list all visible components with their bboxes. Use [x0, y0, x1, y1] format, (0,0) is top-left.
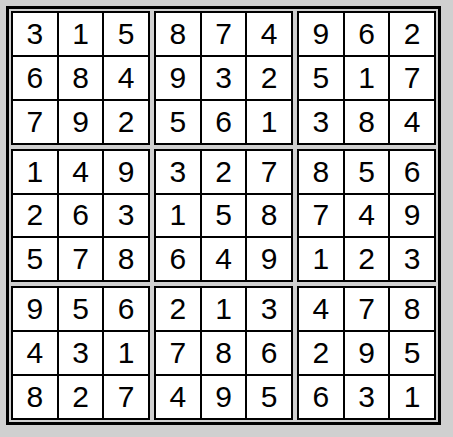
sudoku-cell[interactable]: 3: [202, 57, 246, 99]
sudoku-cell[interactable]: 1: [247, 101, 291, 143]
sudoku-cell[interactable]: 6: [59, 195, 103, 237]
sudoku-box: 856749123: [297, 149, 436, 283]
sudoku-cell[interactable]: 5: [299, 57, 343, 99]
sudoku-cell[interactable]: 8: [13, 376, 57, 418]
sudoku-cell[interactable]: 7: [13, 101, 57, 143]
sudoku-cell[interactable]: 3: [247, 288, 291, 330]
sudoku-cell[interactable]: 2: [156, 288, 200, 330]
sudoku-cell[interactable]: 3: [156, 151, 200, 193]
sudoku-cell[interactable]: 2: [104, 101, 148, 143]
sudoku-cell[interactable]: 2: [59, 376, 103, 418]
sudoku-cell[interactable]: 8: [156, 13, 200, 55]
sudoku-cell[interactable]: 7: [59, 238, 103, 280]
sudoku-cell[interactable]: 1: [156, 195, 200, 237]
sudoku-cell[interactable]: 9: [156, 57, 200, 99]
sudoku-cell[interactable]: 5: [156, 101, 200, 143]
sudoku-box: 962517384: [297, 11, 436, 145]
sudoku-cell[interactable]: 6: [13, 57, 57, 99]
sudoku-cell[interactable]: 5: [390, 332, 434, 374]
sudoku-cell[interactable]: 6: [390, 151, 434, 193]
sudoku-cell[interactable]: 9: [299, 13, 343, 55]
sudoku-box: 478295631: [297, 286, 436, 420]
sudoku-cell[interactable]: 1: [104, 332, 148, 374]
sudoku-cell[interactable]: 3: [59, 332, 103, 374]
sudoku-cell[interactable]: 7: [299, 195, 343, 237]
sudoku-cell[interactable]: 1: [13, 151, 57, 193]
sudoku-cell[interactable]: 2: [390, 13, 434, 55]
sudoku-cell[interactable]: 1: [345, 57, 389, 99]
sudoku-cell[interactable]: 7: [156, 332, 200, 374]
sudoku-cell[interactable]: 4: [299, 288, 343, 330]
sudoku-box: 213786495: [154, 286, 293, 420]
sudoku-cell[interactable]: 7: [104, 376, 148, 418]
sudoku-cell[interactable]: 9: [390, 195, 434, 237]
sudoku-cell[interactable]: 9: [345, 332, 389, 374]
sudoku-cell[interactable]: 4: [13, 332, 57, 374]
sudoku-cell[interactable]: 4: [390, 101, 434, 143]
sudoku-cell[interactable]: 7: [345, 288, 389, 330]
sudoku-box: 315684792: [11, 11, 150, 145]
sudoku-box: 327158649: [154, 149, 293, 283]
sudoku-cell[interactable]: 5: [247, 376, 291, 418]
sudoku-cell[interactable]: 8: [390, 288, 434, 330]
sudoku-board: 3156847928749325619625173841492635783271…: [6, 6, 441, 425]
sudoku-cell[interactable]: 5: [13, 238, 57, 280]
sudoku-cell[interactable]: 9: [13, 288, 57, 330]
sudoku-cell[interactable]: 6: [156, 238, 200, 280]
sudoku-cell[interactable]: 6: [345, 13, 389, 55]
sudoku-box: 149263578: [11, 149, 150, 283]
sudoku-cell[interactable]: 9: [59, 101, 103, 143]
sudoku-cell[interactable]: 4: [59, 151, 103, 193]
sudoku-cell[interactable]: 6: [299, 376, 343, 418]
sudoku-cell[interactable]: 8: [59, 57, 103, 99]
sudoku-cell[interactable]: 4: [202, 238, 246, 280]
sudoku-box: 874932561: [154, 11, 293, 145]
sudoku-cell[interactable]: 5: [59, 288, 103, 330]
sudoku-cell[interactable]: 6: [247, 332, 291, 374]
sudoku-cell[interactable]: 3: [345, 376, 389, 418]
sudoku-cell[interactable]: 7: [202, 13, 246, 55]
sudoku-cell[interactable]: 6: [104, 288, 148, 330]
sudoku-cell[interactable]: 1: [202, 288, 246, 330]
sudoku-cell[interactable]: 4: [247, 13, 291, 55]
sudoku-cell[interactable]: 9: [202, 376, 246, 418]
sudoku-cell[interactable]: 4: [104, 57, 148, 99]
sudoku-cell[interactable]: 4: [345, 195, 389, 237]
sudoku-cell[interactable]: 3: [13, 13, 57, 55]
sudoku-cell[interactable]: 5: [202, 195, 246, 237]
sudoku-cell[interactable]: 8: [299, 151, 343, 193]
sudoku-cell[interactable]: 6: [202, 101, 246, 143]
sudoku-cell[interactable]: 1: [390, 376, 434, 418]
sudoku-cell[interactable]: 8: [247, 195, 291, 237]
sudoku-cell[interactable]: 2: [202, 151, 246, 193]
sudoku-cell[interactable]: 4: [156, 376, 200, 418]
sudoku-cell[interactable]: 8: [202, 332, 246, 374]
sudoku-cell[interactable]: 5: [104, 13, 148, 55]
sudoku-cell[interactable]: 7: [247, 151, 291, 193]
sudoku-cell[interactable]: 9: [104, 151, 148, 193]
sudoku-cell[interactable]: 3: [104, 195, 148, 237]
sudoku-cell[interactable]: 3: [390, 238, 434, 280]
sudoku-cell[interactable]: 7: [390, 57, 434, 99]
sudoku-cell[interactable]: 2: [247, 57, 291, 99]
sudoku-cell[interactable]: 8: [104, 238, 148, 280]
sudoku-box: 956431827: [11, 286, 150, 420]
sudoku-cell[interactable]: 2: [13, 195, 57, 237]
sudoku-cell[interactable]: 9: [247, 238, 291, 280]
sudoku-cell[interactable]: 8: [345, 101, 389, 143]
sudoku-cell[interactable]: 3: [299, 101, 343, 143]
sudoku-cell[interactable]: 2: [299, 332, 343, 374]
sudoku-cell[interactable]: 5: [345, 151, 389, 193]
sudoku-cell[interactable]: 2: [345, 238, 389, 280]
sudoku-cell[interactable]: 1: [59, 13, 103, 55]
sudoku-cell[interactable]: 1: [299, 238, 343, 280]
